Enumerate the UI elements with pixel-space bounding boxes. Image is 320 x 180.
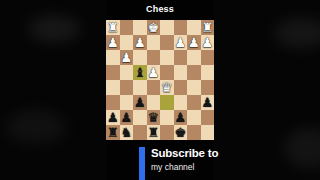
backdrop-blob (274, 18, 320, 48)
backdrop-blob (284, 128, 320, 168)
subscribe-subtitle: my channel (151, 163, 218, 172)
white-pawn[interactable]: ♟ (187, 35, 201, 50)
square-g6[interactable] (120, 95, 134, 110)
white-pawn[interactable]: ♟ (174, 35, 188, 50)
square-b4[interactable] (187, 65, 201, 80)
square-h2[interactable]: ♟ (106, 35, 120, 50)
black-king[interactable]: ♚ (174, 125, 188, 140)
square-e7[interactable]: ♛ (147, 110, 161, 125)
square-g2[interactable] (120, 35, 134, 50)
blurred-backdrop-right (214, 0, 320, 180)
square-b5[interactable] (187, 80, 201, 95)
black-rook[interactable]: ♜ (106, 125, 120, 140)
square-e4[interactable]: ♟ (147, 65, 161, 80)
square-a5[interactable] (201, 80, 215, 95)
square-d5[interactable]: ♛ (160, 80, 174, 95)
square-e2[interactable] (147, 35, 161, 50)
square-h4[interactable] (106, 65, 120, 80)
subscribe-overlay: Subscribe to my channel (139, 147, 218, 180)
square-c2[interactable]: ♟ (174, 35, 188, 50)
square-f4[interactable]: ♝ (133, 65, 147, 80)
square-c8[interactable]: ♚ (174, 125, 188, 140)
square-b3[interactable] (187, 50, 201, 65)
black-knight[interactable]: ♞ (120, 125, 134, 140)
square-e6[interactable] (147, 95, 161, 110)
video-title: Chess (106, 4, 214, 14)
square-c5[interactable] (174, 80, 188, 95)
square-d8[interactable] (160, 125, 174, 140)
square-h5[interactable] (106, 80, 120, 95)
square-e1[interactable]: ♚ (147, 20, 161, 35)
shorts-frame: Chess ♜♚♜♟♟♟♟♟♟♝♟♛♟♟♟♟♛♟♜♞♜♚ Subscribe t… (0, 0, 320, 180)
square-e8[interactable]: ♜ (147, 125, 161, 140)
black-pawn[interactable]: ♟ (174, 110, 188, 125)
square-b1[interactable] (187, 20, 201, 35)
square-g5[interactable] (120, 80, 134, 95)
square-h1[interactable]: ♜ (106, 20, 120, 35)
square-h3[interactable] (106, 50, 120, 65)
square-h8[interactable]: ♜ (106, 125, 120, 140)
black-bishop[interactable]: ♝ (133, 65, 147, 80)
black-pawn[interactable]: ♟ (133, 95, 147, 110)
square-f5[interactable] (133, 80, 147, 95)
black-pawn[interactable]: ♟ (120, 110, 134, 125)
square-f6[interactable]: ♟ (133, 95, 147, 110)
square-f8[interactable] (133, 125, 147, 140)
square-g3[interactable]: ♟ (120, 50, 134, 65)
square-c4[interactable] (174, 65, 188, 80)
square-g8[interactable]: ♞ (120, 125, 134, 140)
square-f1[interactable] (133, 20, 147, 35)
square-d7[interactable] (160, 110, 174, 125)
black-queen[interactable]: ♛ (147, 110, 161, 125)
square-d3[interactable] (160, 50, 174, 65)
white-pawn[interactable]: ♟ (120, 50, 134, 65)
backdrop-blob (6, 110, 66, 144)
square-a2[interactable]: ♟ (201, 35, 215, 50)
black-rook[interactable]: ♜ (147, 125, 161, 140)
black-pawn[interactable]: ♟ (201, 95, 215, 110)
square-f3[interactable] (133, 50, 147, 65)
square-b8[interactable] (187, 125, 201, 140)
square-f2[interactable]: ♟ (133, 35, 147, 50)
square-c6[interactable] (174, 95, 188, 110)
subscribe-title: Subscribe to (151, 147, 218, 160)
square-h7[interactable]: ♟ (106, 110, 120, 125)
square-g1[interactable] (120, 20, 134, 35)
square-e3[interactable] (147, 50, 161, 65)
square-f7[interactable] (133, 110, 147, 125)
square-g7[interactable]: ♟ (120, 110, 134, 125)
blurred-backdrop-left (0, 0, 106, 180)
square-a3[interactable] (201, 50, 215, 65)
white-pawn[interactable]: ♟ (201, 35, 215, 50)
square-e5[interactable] (147, 80, 161, 95)
square-d4[interactable] (160, 65, 174, 80)
backdrop-blob (28, 16, 80, 42)
square-a4[interactable] (201, 65, 215, 80)
square-c1[interactable] (174, 20, 188, 35)
square-a6[interactable]: ♟ (201, 95, 215, 110)
subscribe-accent-bar (139, 147, 145, 180)
square-g4[interactable] (120, 65, 134, 80)
white-pawn[interactable]: ♟ (147, 65, 161, 80)
square-d1[interactable] (160, 20, 174, 35)
square-b6[interactable] (187, 95, 201, 110)
white-queen[interactable]: ♛ (160, 80, 174, 95)
square-b2[interactable]: ♟ (187, 35, 201, 50)
square-b7[interactable] (187, 110, 201, 125)
square-d6[interactable] (160, 95, 174, 110)
square-a1[interactable]: ♜ (201, 20, 215, 35)
black-pawn[interactable]: ♟ (106, 110, 120, 125)
square-a7[interactable] (201, 110, 215, 125)
white-rook[interactable]: ♜ (201, 20, 215, 35)
subscribe-text-block: Subscribe to my channel (151, 147, 218, 180)
chess-board: ♜♚♜♟♟♟♟♟♟♝♟♛♟♟♟♟♛♟♜♞♜♚ (106, 20, 214, 140)
square-c7[interactable]: ♟ (174, 110, 188, 125)
square-h6[interactable] (106, 95, 120, 110)
square-d2[interactable] (160, 35, 174, 50)
white-pawn[interactable]: ♟ (106, 35, 120, 50)
square-a8[interactable] (201, 125, 215, 140)
white-rook[interactable]: ♜ (106, 20, 120, 35)
white-king[interactable]: ♚ (147, 20, 161, 35)
white-pawn[interactable]: ♟ (133, 35, 147, 50)
square-c3[interactable] (174, 50, 188, 65)
